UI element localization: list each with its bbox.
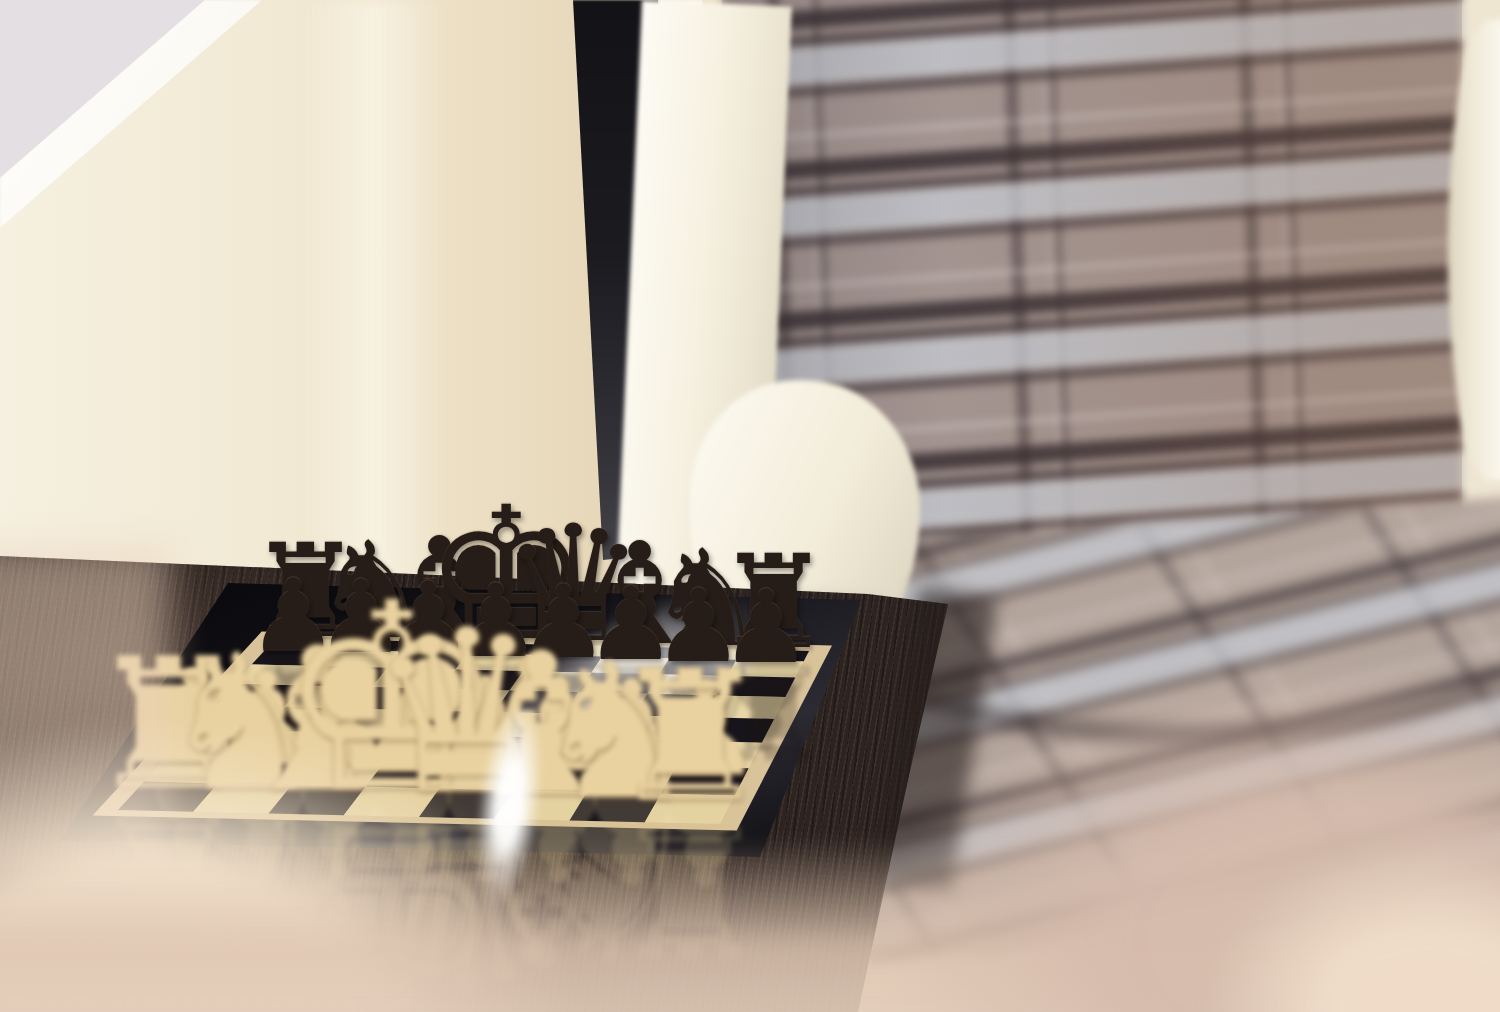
pieces-layer: ♜♜♞♞♝♝♚♚♛♛♝♝♞♞♜♜♟♟♟♟♟♟♟♟♟♟♟♟♟♟♟♟♟♟♟♟♟♟♟♟… — [0, 0, 1500, 1012]
chess-piece-white-rook[interactable]: ♜ — [609, 646, 771, 827]
chess-photo-scene: ♜♜♞♞♝♝♚♚♛♛♝♝♞♞♜♜♟♟♟♟♟♟♟♟♟♟♟♟♟♟♟♟♟♟♟♟♟♟♟♟… — [0, 0, 1500, 1012]
